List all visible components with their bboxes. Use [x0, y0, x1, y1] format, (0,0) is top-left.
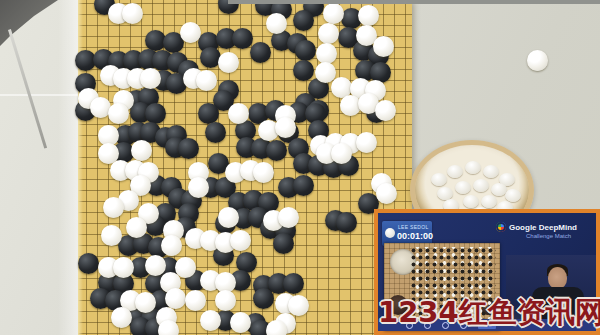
stone-white [135, 292, 156, 313]
stone-white [316, 43, 337, 64]
stone-black [295, 40, 316, 61]
stone-white [108, 103, 129, 124]
stone-white [373, 36, 394, 57]
stone-black [78, 253, 99, 274]
stone-white [113, 257, 134, 278]
stone-white [228, 103, 249, 124]
stone-white [275, 117, 296, 138]
stone-black [283, 273, 304, 294]
white-stone-icon [385, 228, 395, 238]
table-edge-strip [228, 0, 600, 4]
stone-white [318, 23, 339, 44]
stone-black [273, 233, 294, 254]
bowl-white-stone [465, 161, 481, 174]
stone-white [266, 320, 287, 335]
stone-white [131, 140, 152, 161]
bowl-white-stone [455, 181, 471, 194]
photo-stage: LEE SEDOL 00:01:00 Google DeepMind Chall… [0, 0, 600, 335]
bowl-white-stone [481, 195, 497, 208]
bowl-white-stone [505, 189, 521, 202]
clock-player-name: LEE SEDOL [398, 224, 429, 230]
stone-white [215, 290, 236, 311]
stone-white [278, 207, 299, 228]
stone-white [200, 310, 221, 331]
stone-white [288, 295, 309, 316]
stone-white [165, 288, 186, 309]
stone-white [315, 62, 336, 83]
stone-white [158, 320, 179, 335]
stone-white [230, 312, 251, 333]
stone-black [145, 103, 166, 124]
stone-white [126, 217, 147, 238]
bowl-white-stone [463, 195, 479, 208]
stone-white [188, 177, 209, 198]
stone-white [331, 143, 352, 164]
stone-black [178, 138, 199, 159]
stone-white [161, 235, 182, 256]
stone-white [196, 70, 217, 91]
stone-white [111, 307, 132, 328]
stone-black [253, 288, 274, 309]
brand-name: Google DeepMind [509, 223, 577, 232]
bowl-white-stone [447, 165, 463, 178]
stone-black [198, 103, 219, 124]
stone-white [376, 183, 397, 204]
stone-white [218, 207, 239, 228]
stone-black [336, 212, 357, 233]
stone-black [293, 60, 314, 81]
player-head [548, 267, 567, 289]
brand-subtitle: Challenge Match [526, 233, 596, 239]
stone-white [185, 290, 206, 311]
clock-time: 00:01:00 [397, 231, 433, 241]
stone-white [375, 100, 396, 121]
stone-white [122, 3, 143, 24]
stone-white [230, 230, 251, 251]
stone-white [180, 22, 201, 43]
bowl-white-stone [483, 165, 499, 178]
stone-white [218, 52, 239, 73]
stone-white [140, 68, 161, 89]
stone-white [101, 225, 122, 246]
stone-black [205, 122, 226, 143]
stone-white [358, 5, 379, 26]
stone-white [103, 197, 124, 218]
google-deepmind-icon [496, 222, 506, 232]
stone-black [266, 140, 287, 161]
stone-white [253, 162, 274, 183]
stone-white [527, 50, 548, 71]
stone-black [293, 175, 314, 196]
brand-block: Google DeepMind Challenge Match [496, 222, 596, 239]
bowl-white-stone [473, 179, 489, 192]
stone-white [356, 132, 377, 153]
stone-black [232, 28, 253, 49]
stone-white [266, 13, 287, 34]
stone-white [323, 3, 344, 24]
watermark-text: 1234红鱼资讯网 [378, 293, 600, 333]
stone-black [250, 42, 271, 63]
stone-black [293, 10, 314, 31]
bowl-white-stone [431, 173, 447, 186]
stone-white [145, 255, 166, 276]
